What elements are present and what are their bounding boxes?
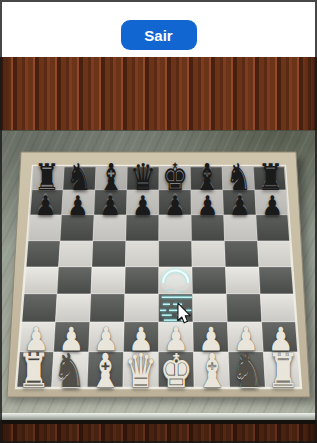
piece-white-king-e1[interactable]: ♚ xyxy=(160,349,193,396)
piece-layer: ♜♞♝♛♚♝♞♜♟♟♟♟♟♟♟♟♟♟♟♟♟♟♟♟♜♞♝♛♚♝♞♜ xyxy=(0,0,317,443)
piece-black-pawn-b7[interactable]: ♟ xyxy=(67,192,89,219)
piece-black-pawn-e7[interactable]: ♟ xyxy=(164,192,186,219)
piece-white-rook-h1[interactable]: ♜ xyxy=(267,349,300,396)
piece-white-knight-b1[interactable]: ♞ xyxy=(53,349,86,396)
piece-black-pawn-f7[interactable]: ♟ xyxy=(197,192,219,219)
piece-white-knight-g1[interactable]: ♞ xyxy=(231,349,264,396)
piece-white-bishop-f1[interactable]: ♝ xyxy=(195,349,228,396)
piece-black-pawn-c7[interactable]: ♟ xyxy=(99,192,121,219)
piece-white-bishop-c1[interactable]: ♝ xyxy=(89,349,122,396)
mouse-arrow-cursor-icon xyxy=(176,302,192,329)
cursor-arrow xyxy=(176,302,192,325)
piece-black-pawn-d7[interactable]: ♟ xyxy=(132,192,154,219)
piece-white-rook-a1[interactable]: ♜ xyxy=(17,349,50,396)
piece-black-pawn-g7[interactable]: ♟ xyxy=(229,192,251,219)
piece-black-pawn-h7[interactable]: ♟ xyxy=(261,192,283,219)
piece-white-queen-d1[interactable]: ♛ xyxy=(124,349,157,396)
piece-black-pawn-a7[interactable]: ♟ xyxy=(35,192,57,219)
